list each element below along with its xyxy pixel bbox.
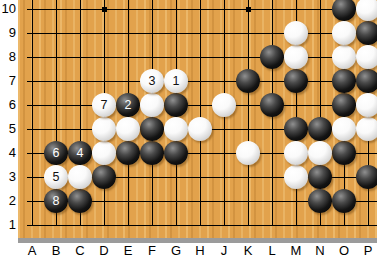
stone-black-B2: 8 bbox=[44, 189, 68, 213]
column-label-L: L bbox=[262, 242, 282, 260]
stone-black-G6 bbox=[164, 93, 188, 117]
column-label-M: M bbox=[286, 242, 306, 260]
stone-black-L6 bbox=[260, 93, 284, 117]
stone-white-H5 bbox=[188, 117, 212, 141]
stone-black-L8 bbox=[260, 45, 284, 69]
stone-white-P6 bbox=[356, 93, 377, 117]
stone-white-B3: 5 bbox=[44, 165, 68, 189]
stone-black-O6 bbox=[332, 93, 356, 117]
column-label-D: D bbox=[94, 242, 114, 260]
stone-white-M9 bbox=[284, 21, 308, 45]
stone-white-P8 bbox=[356, 45, 377, 69]
move-number-2: 2 bbox=[125, 98, 132, 112]
column-label-B: B bbox=[46, 242, 66, 260]
move-number-4: 4 bbox=[77, 146, 84, 160]
row-label-3: 3 bbox=[0, 168, 16, 186]
stone-black-N5 bbox=[308, 117, 332, 141]
move-number-7: 7 bbox=[101, 98, 108, 112]
stone-black-P3 bbox=[356, 165, 377, 189]
column-label-N: N bbox=[310, 242, 330, 260]
stone-white-F6 bbox=[140, 93, 164, 117]
column-label-C: C bbox=[70, 242, 90, 260]
stone-white-O5 bbox=[332, 117, 356, 141]
stone-black-P7 bbox=[356, 69, 377, 93]
stone-black-F5 bbox=[140, 117, 164, 141]
stone-white-O9 bbox=[332, 21, 356, 45]
stone-black-M7 bbox=[284, 69, 308, 93]
stone-white-P10 bbox=[356, 0, 377, 21]
stone-white-P5 bbox=[356, 117, 377, 141]
column-label-H: H bbox=[190, 242, 210, 260]
move-number-3: 3 bbox=[149, 74, 156, 88]
stone-black-N2 bbox=[308, 189, 332, 213]
stone-white-N4 bbox=[308, 141, 332, 165]
stone-white-G7: 1 bbox=[164, 69, 188, 93]
column-label-K: K bbox=[238, 242, 258, 260]
row-label-10: 10 bbox=[0, 0, 16, 18]
stone-white-D5 bbox=[92, 117, 116, 141]
stone-white-M3 bbox=[284, 165, 308, 189]
row-label-2: 2 bbox=[0, 192, 16, 210]
star-point-D10 bbox=[102, 7, 107, 12]
column-label-G: G bbox=[166, 242, 186, 260]
row-label-1: 1 bbox=[0, 216, 16, 234]
stone-black-G4 bbox=[164, 141, 188, 165]
column-label-J: J bbox=[214, 242, 234, 260]
stone-black-K7 bbox=[236, 69, 260, 93]
stone-white-O8 bbox=[332, 45, 356, 69]
stone-white-M4 bbox=[284, 141, 308, 165]
row-label-5: 5 bbox=[0, 120, 16, 138]
move-number-5: 5 bbox=[53, 170, 60, 184]
stone-black-M5 bbox=[284, 117, 308, 141]
stone-white-E5 bbox=[116, 117, 140, 141]
stone-black-F4 bbox=[140, 141, 164, 165]
stone-white-C3 bbox=[68, 165, 92, 189]
stone-white-J6 bbox=[212, 93, 236, 117]
column-label-F: F bbox=[142, 242, 162, 260]
stone-black-O2 bbox=[332, 189, 356, 213]
column-label-A: A bbox=[22, 242, 42, 260]
stone-white-G5 bbox=[164, 117, 188, 141]
stone-black-B4: 6 bbox=[44, 141, 68, 165]
go-board: 86425731 10987654321 ABCDEFGHJKLMNOP bbox=[0, 0, 377, 260]
stone-black-P9 bbox=[356, 21, 377, 45]
stone-black-E6: 2 bbox=[116, 93, 140, 117]
stone-black-C4: 4 bbox=[68, 141, 92, 165]
stone-white-D4 bbox=[92, 141, 116, 165]
stone-white-M8 bbox=[284, 45, 308, 69]
row-label-6: 6 bbox=[0, 96, 16, 114]
column-label-P: P bbox=[358, 242, 377, 260]
row-label-4: 4 bbox=[0, 144, 16, 162]
move-number-6: 6 bbox=[53, 146, 60, 160]
move-number-8: 8 bbox=[53, 194, 60, 208]
stone-white-D6: 7 bbox=[92, 93, 116, 117]
stone-black-D3 bbox=[92, 165, 116, 189]
column-label-O: O bbox=[334, 242, 354, 260]
star-point-K10 bbox=[246, 7, 251, 12]
stone-white-K4 bbox=[236, 141, 260, 165]
move-number-1: 1 bbox=[173, 74, 180, 88]
stone-black-N3 bbox=[308, 165, 332, 189]
stone-black-C2 bbox=[68, 189, 92, 213]
stone-black-E4 bbox=[116, 141, 140, 165]
stone-white-F7: 3 bbox=[140, 69, 164, 93]
row-label-9: 9 bbox=[0, 24, 16, 42]
stone-black-O4 bbox=[332, 141, 356, 165]
row-label-8: 8 bbox=[0, 48, 16, 66]
stone-black-O7 bbox=[332, 69, 356, 93]
row-label-7: 7 bbox=[0, 72, 16, 90]
column-label-E: E bbox=[118, 242, 138, 260]
